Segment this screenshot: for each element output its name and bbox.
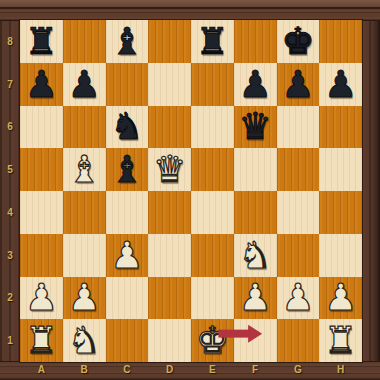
square-a4[interactable] [20,191,63,234]
square-g5[interactable] [277,148,320,191]
rank-label-7: 7 [0,63,20,106]
square-b7[interactable]: ♟ [63,63,106,106]
square-g7[interactable]: ♟ [277,63,320,106]
square-d3[interactable] [148,234,191,277]
square-d8[interactable] [148,20,191,63]
piece-white-rook[interactable]: ♜ [25,322,58,359]
square-g3[interactable] [277,234,320,277]
rank-label-3: 3 [0,234,20,277]
square-a1[interactable]: ♜ [20,319,63,362]
square-d1[interactable] [148,319,191,362]
square-h3[interactable] [319,234,362,277]
piece-black-rook[interactable]: ♜ [25,23,58,60]
square-c2[interactable] [106,277,149,320]
piece-black-pawn[interactable]: ♟ [25,66,58,103]
square-h2[interactable]: ♟ [319,277,362,320]
square-a6[interactable] [20,106,63,149]
square-a2[interactable]: ♟ [20,277,63,320]
file-labels: ABCDEFGH [20,361,362,378]
piece-black-pawn[interactable]: ♟ [281,66,314,103]
piece-white-pawn[interactable]: ♟ [25,279,58,316]
square-e5[interactable] [191,148,234,191]
square-g6[interactable] [277,106,320,149]
file-label-f: F [234,361,277,378]
square-c5[interactable]: ♝ [106,148,149,191]
piece-black-knight[interactable]: ♞ [110,108,143,145]
square-e6[interactable] [191,106,234,149]
piece-white-queen[interactable]: ♛ [153,151,186,188]
square-h6[interactable] [319,106,362,149]
square-e2[interactable] [191,277,234,320]
file-label-b: B [63,361,106,378]
square-h4[interactable] [319,191,362,234]
square-b8[interactable] [63,20,106,63]
square-g8[interactable]: ♚ [277,20,320,63]
piece-white-pawn[interactable]: ♟ [324,279,357,316]
square-g1[interactable] [277,319,320,362]
chessboard: ♜♝♜♚♟♟♟♟♟♞♛♝♝♛♟♞♟♟♟♟♟♜♞♚♜ [20,20,362,362]
square-f2[interactable]: ♟ [234,277,277,320]
file-label-a: A [20,361,63,378]
file-label-d: D [148,361,191,378]
square-f7[interactable]: ♟ [234,63,277,106]
file-label-h: H [319,361,362,378]
square-a7[interactable]: ♟ [20,63,63,106]
square-c7[interactable] [106,63,149,106]
board-frame: 87654321 ♜♝♜♚♟♟♟♟♟♞♛♝♝♛♟♞♟♟♟♟♟♜♞♚♜ ABCDE… [0,0,380,380]
piece-black-pawn[interactable]: ♟ [68,66,101,103]
square-f3[interactable]: ♞ [234,234,277,277]
square-c3[interactable]: ♟ [106,234,149,277]
piece-black-king[interactable]: ♚ [281,23,314,60]
square-d5[interactable]: ♛ [148,148,191,191]
square-d6[interactable] [148,106,191,149]
piece-white-king[interactable]: ♚ [196,322,229,359]
square-f8[interactable] [234,20,277,63]
piece-white-bishop[interactable]: ♝ [68,151,101,188]
square-c1[interactable] [106,319,149,362]
square-f1[interactable] [234,319,277,362]
square-b5[interactable]: ♝ [63,148,106,191]
square-e1[interactable]: ♚ [191,319,234,362]
rank-label-4: 4 [0,191,20,234]
square-e3[interactable] [191,234,234,277]
piece-white-pawn[interactable]: ♟ [281,279,314,316]
square-a3[interactable] [20,234,63,277]
square-d2[interactable] [148,277,191,320]
rank-label-6: 6 [0,106,20,149]
square-b4[interactable] [63,191,106,234]
piece-white-rook[interactable]: ♜ [324,322,357,359]
file-label-g: G [277,361,320,378]
piece-white-knight[interactable]: ♞ [239,237,272,274]
square-g4[interactable] [277,191,320,234]
rank-label-5: 5 [0,148,20,191]
square-h5[interactable] [319,148,362,191]
square-c6[interactable]: ♞ [106,106,149,149]
piece-white-knight[interactable]: ♞ [68,322,101,359]
square-c8[interactable]: ♝ [106,20,149,63]
piece-black-pawn[interactable]: ♟ [324,66,357,103]
square-d4[interactable] [148,191,191,234]
square-c4[interactable] [106,191,149,234]
piece-black-queen[interactable]: ♛ [239,108,272,145]
square-b1[interactable]: ♞ [63,319,106,362]
piece-black-bishop[interactable]: ♝ [110,23,143,60]
file-label-c: C [106,361,149,378]
square-f6[interactable]: ♛ [234,106,277,149]
square-g2[interactable]: ♟ [277,277,320,320]
square-e8[interactable]: ♜ [191,20,234,63]
rank-label-1: 1 [0,319,20,362]
piece-white-pawn[interactable]: ♟ [239,279,272,316]
square-h8[interactable] [319,20,362,63]
piece-black-rook[interactable]: ♜ [196,23,229,60]
square-f4[interactable] [234,191,277,234]
square-e7[interactable] [191,63,234,106]
square-d7[interactable] [148,63,191,106]
square-b2[interactable]: ♟ [63,277,106,320]
square-b3[interactable] [63,234,106,277]
rank-labels: 87654321 [0,20,20,362]
square-a8[interactable]: ♜ [20,20,63,63]
file-label-e: E [191,361,234,378]
rank-label-8: 8 [0,20,20,63]
piece-black-pawn[interactable]: ♟ [239,66,272,103]
piece-black-bishop[interactable]: ♝ [110,151,143,188]
square-h1[interactable]: ♜ [319,319,362,362]
frame-top-edge [0,0,380,21]
square-h7[interactable]: ♟ [319,63,362,106]
piece-white-pawn[interactable]: ♟ [68,279,101,316]
rank-label-2: 2 [0,277,20,320]
square-a5[interactable] [20,148,63,191]
piece-white-pawn[interactable]: ♟ [110,237,143,274]
square-e4[interactable] [191,191,234,234]
square-b6[interactable] [63,106,106,149]
square-f5[interactable] [234,148,277,191]
